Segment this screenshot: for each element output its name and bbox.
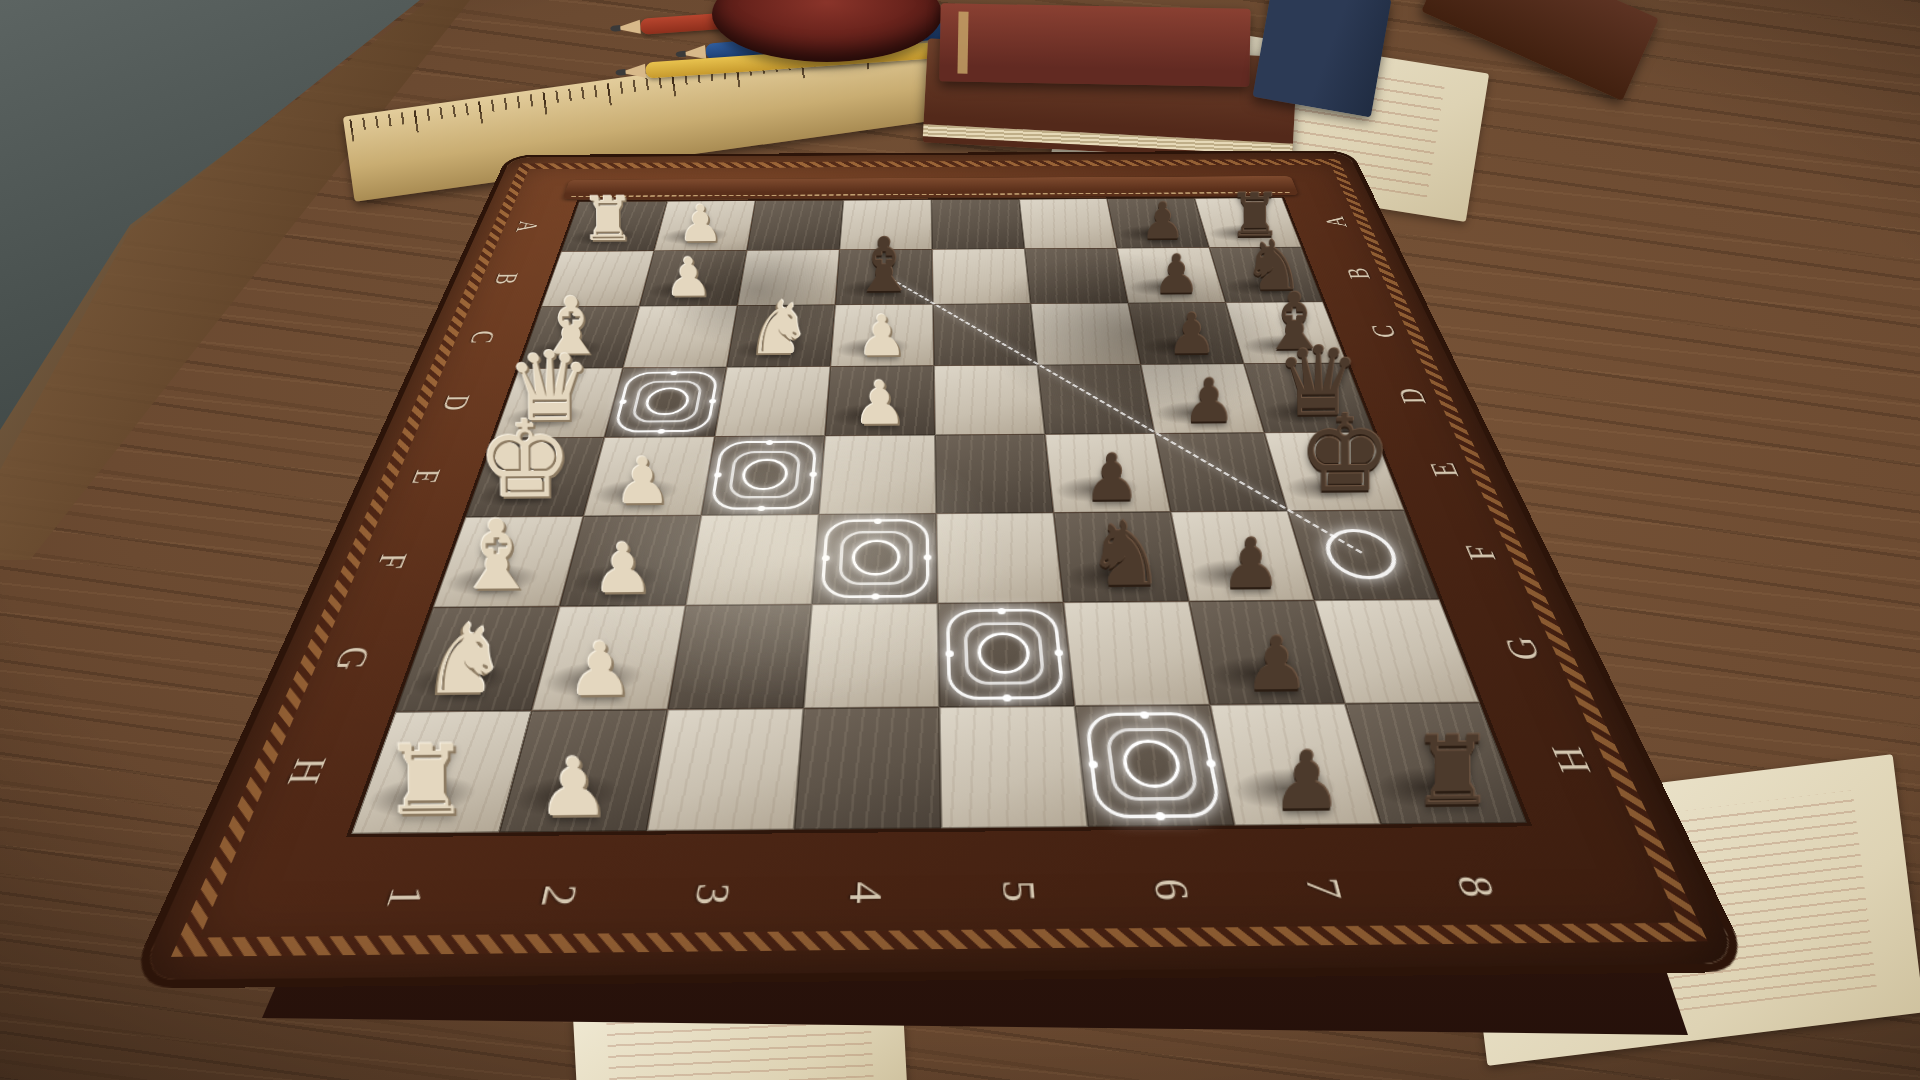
white-knight-c3[interactable]: ♞ [727, 291, 831, 365]
glow-dot [1055, 649, 1064, 656]
chess-board[interactable]: ♜♟♟♜♟♝♟♞♝♞♟♟♝♛♟♟♛♚♟♟♚♝♟♞♟♞♟♟♜♟♟♜ AABBCCD… [385, 0, 1485, 985]
square-g5-highlighted-move[interactable] [938, 602, 1075, 707]
black-pawn-f7[interactable]: ♟ [1188, 529, 1313, 598]
square-g4[interactable] [804, 603, 940, 708]
black-pawn-e6[interactable]: ♟ [1053, 445, 1170, 510]
square-c7[interactable]: ♟ [1128, 302, 1244, 364]
black-pawn-d7[interactable]: ♟ [1154, 370, 1264, 431]
square-d4[interactable]: ♟ [825, 366, 935, 436]
square-d5[interactable] [934, 365, 1045, 435]
square-c4[interactable]: ♟ [830, 304, 934, 366]
square-a5[interactable] [931, 199, 1024, 249]
square-a7[interactable]: ♟ [1107, 198, 1209, 248]
white-pawn-a2[interactable]: ♟ [654, 198, 747, 249]
scene: ♜♟♟♜♟♝♟♞♝♞♟♟♝♛♟♟♛♚♟♟♚♝♟♞♟♞♟♟♜♟♟♜ AABBCCD… [0, 0, 1920, 1080]
square-c3[interactable]: ♞ [727, 305, 836, 367]
white-rook-a1[interactable]: ♜ [561, 188, 654, 249]
white-pawn-f2[interactable]: ♟ [560, 533, 686, 603]
white-pawn-e2[interactable]: ♟ [584, 448, 702, 513]
square-f7[interactable]: ♟ [1171, 511, 1315, 601]
black-bishop-b4[interactable]: ♝ [835, 228, 933, 303]
square-g3[interactable] [668, 604, 812, 709]
white-rook-h1[interactable]: ♜ [352, 732, 500, 830]
glow-dot [1003, 695, 1012, 702]
black-king-e8[interactable]: ♚ [1286, 401, 1403, 508]
square-e2[interactable]: ♟ [583, 437, 714, 517]
glow-dot [1140, 711, 1150, 718]
glow-dot [871, 594, 879, 600]
white-pawn-b2[interactable]: ♟ [640, 250, 738, 304]
glow-dot [757, 506, 765, 511]
white-pawn-h2[interactable]: ♟ [500, 746, 648, 827]
white-king-e1[interactable]: ♚ [466, 406, 584, 514]
glow-dot [1088, 761, 1098, 769]
black-pawn-b7[interactable]: ♟ [1127, 247, 1225, 301]
move-origin-circle [1319, 529, 1404, 580]
square-f3[interactable] [686, 514, 819, 605]
black-knight-f6[interactable]: ♞ [1062, 509, 1188, 599]
glow-dot [1155, 812, 1166, 820]
square-f4-highlighted-move[interactable] [812, 514, 938, 605]
black-pawn-h7[interactable]: ♟ [1233, 740, 1379, 821]
white-pawn-d4[interactable]: ♟ [825, 372, 935, 433]
square-g6[interactable] [1063, 601, 1210, 706]
square-b4[interactable]: ♝ [835, 249, 933, 305]
black-rook-h8[interactable]: ♜ [1379, 723, 1525, 820]
square-a1[interactable]: ♜ [561, 201, 667, 251]
white-pawn-c4[interactable]: ♟ [830, 307, 934, 364]
glow-dot [997, 608, 1005, 614]
glow-dot [874, 518, 882, 523]
square-g2[interactable]: ♟ [532, 605, 686, 710]
square-f6[interactable]: ♞ [1054, 512, 1189, 603]
black-pawn-g7[interactable]: ♟ [1209, 626, 1344, 701]
square-d7[interactable]: ♟ [1141, 364, 1265, 434]
square-h4[interactable] [794, 707, 941, 830]
glow-dot [945, 650, 953, 657]
square-e6[interactable]: ♟ [1045, 433, 1171, 512]
square-d2-highlighted-move[interactable] [604, 367, 726, 437]
white-knight-g1[interactable]: ♞ [396, 610, 533, 707]
square-f2[interactable]: ♟ [559, 515, 701, 606]
square-b5[interactable] [932, 249, 1031, 305]
white-bishop-f1[interactable]: ♝ [433, 507, 560, 604]
glow-dot [924, 554, 932, 560]
square-h3[interactable] [647, 708, 804, 831]
square-h5[interactable] [939, 706, 1088, 828]
black-pawn-c7[interactable]: ♟ [1140, 305, 1243, 362]
black-pawn-a7[interactable]: ♟ [1116, 195, 1208, 246]
square-a2[interactable]: ♟ [654, 201, 755, 251]
square-b7[interactable]: ♟ [1117, 248, 1226, 303]
white-pawn-g2[interactable]: ♟ [532, 632, 668, 707]
